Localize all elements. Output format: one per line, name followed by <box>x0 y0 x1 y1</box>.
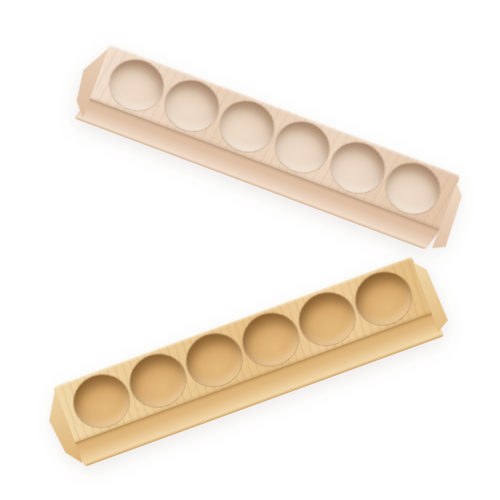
upper-tray-board <box>81 44 461 252</box>
lower-tray-board <box>53 256 441 467</box>
white-photo-backdrop <box>0 0 500 500</box>
